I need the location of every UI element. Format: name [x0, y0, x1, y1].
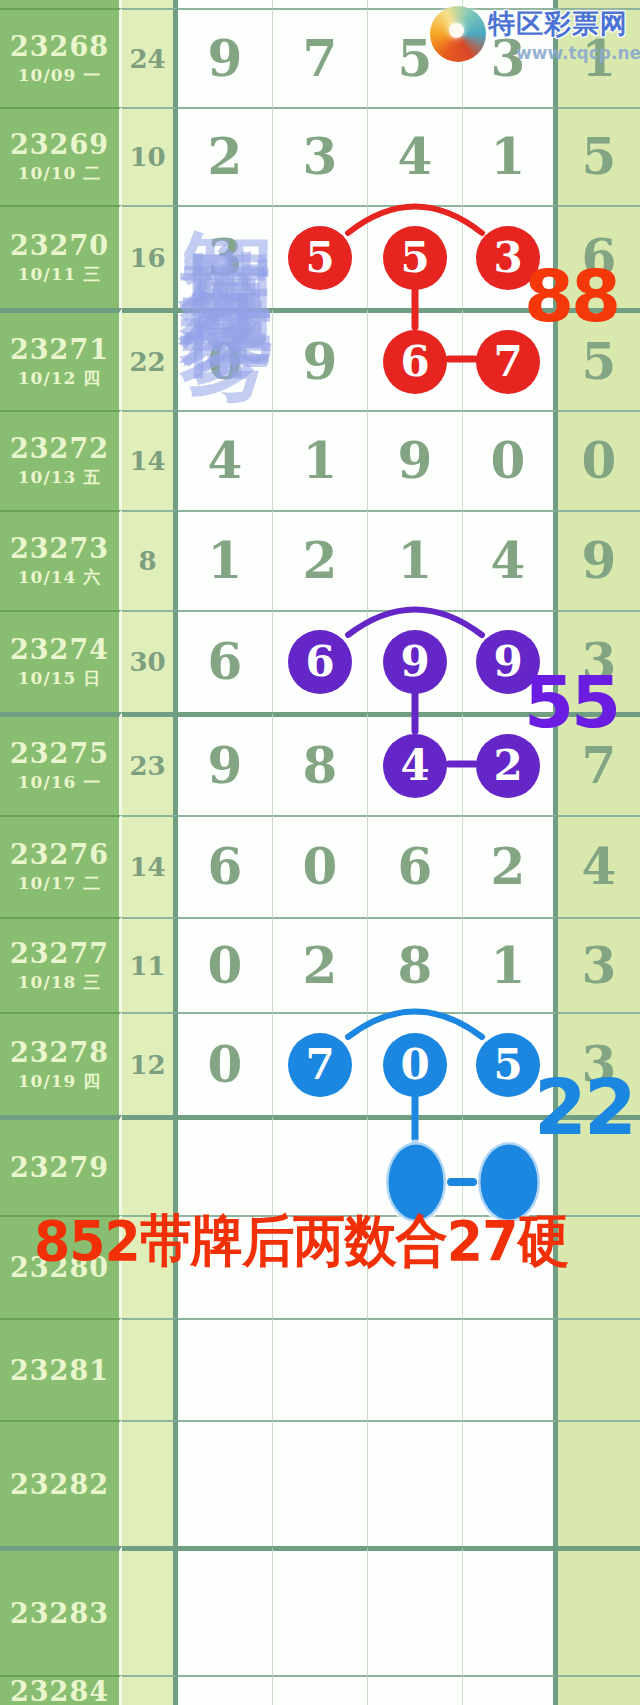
- issue-number: 23276: [10, 839, 109, 870]
- issue-number: 23274: [10, 634, 109, 665]
- circled-digit: 6: [383, 330, 447, 394]
- digit-cell: 7: [273, 8, 368, 107]
- digit: 8: [398, 941, 433, 991]
- weekday-text: 一: [83, 65, 101, 85]
- digit-cell: [368, 1546, 463, 1675]
- digit: 2: [303, 941, 338, 991]
- annotation-blue-22: 22: [534, 1070, 634, 1146]
- sum-value: 23: [129, 751, 165, 781]
- issue-number: 23271: [10, 334, 109, 365]
- digit-cell: 6: [273, 610, 368, 712]
- sum-value: 11: [129, 951, 165, 981]
- digit: 6: [398, 842, 433, 892]
- sum-cell: 11: [122, 917, 178, 1012]
- digit: 8: [303, 741, 338, 791]
- issue-number: 23278: [10, 1037, 109, 1068]
- digit: 9: [303, 337, 338, 387]
- digit-cell: 0: [178, 917, 273, 1012]
- circled-digit: 5: [288, 226, 352, 290]
- sum-cell: [122, 0, 178, 8]
- digit: 0: [208, 1040, 243, 1090]
- sum-value: 8: [138, 546, 156, 576]
- logo-swirl-icon: [430, 6, 486, 62]
- digit-cell: 6: [368, 308, 463, 410]
- digit-cell: 8: [273, 712, 368, 815]
- digit-cell: [558, 1215, 640, 1318]
- digit-cell: 0: [178, 308, 273, 410]
- date-text: 10/18: [18, 972, 77, 992]
- table-row: 23284: [0, 1675, 640, 1705]
- sum-cell: [122, 1318, 178, 1420]
- digit-cell: 0: [558, 410, 640, 510]
- digit-cell: 4: [368, 712, 463, 815]
- table-row: 23282: [0, 1420, 640, 1546]
- digit-cell: [463, 1546, 558, 1675]
- digit-cell: 5: [273, 205, 368, 308]
- issue-cell: 23273 10/14 六: [0, 510, 122, 610]
- draw-date: 10/15 日: [18, 667, 101, 690]
- date-text: 10/12: [18, 368, 77, 388]
- sum-value: 30: [129, 647, 165, 677]
- digit: 0: [303, 842, 338, 892]
- issue-cell: 23277 10/18 三: [0, 917, 122, 1012]
- digit-cell: 1: [178, 510, 273, 610]
- digit: 1: [398, 536, 433, 586]
- digit: 6: [208, 842, 243, 892]
- sum-value: 14: [129, 852, 165, 882]
- weekday-text: 一: [83, 772, 101, 792]
- date-text: 10/17: [18, 873, 77, 893]
- sum-cell: [122, 1420, 178, 1546]
- digit-cell: 9: [178, 712, 273, 815]
- circled-digit: 5: [476, 1033, 540, 1097]
- table-row: 23269 10/10 二 10 2 3 4 1 5: [0, 107, 640, 205]
- issue-number: 23270: [10, 230, 109, 261]
- circled-digit: 0: [383, 1033, 447, 1097]
- digit-cell: 4: [178, 410, 273, 510]
- digit-cell: 0: [273, 815, 368, 917]
- table-row: 23277 10/18 三 11 0 2 8 1 3: [0, 917, 640, 1012]
- date-text: 10/15: [18, 668, 77, 688]
- digit: 5: [398, 34, 433, 84]
- digit-cell: 1: [463, 917, 558, 1012]
- digit-cell: [368, 1318, 463, 1420]
- digit-cell: 9: [368, 610, 463, 712]
- digit-cell: [273, 1675, 368, 1705]
- digit-cell: [558, 1420, 640, 1546]
- digit: 0: [491, 436, 526, 486]
- circled-digit: 7: [476, 330, 540, 394]
- digit: 3: [303, 132, 338, 182]
- digit-cell: 4: [558, 815, 640, 917]
- digit: 6: [208, 637, 243, 687]
- sum-cell: 14: [122, 815, 178, 917]
- issue-cell: 23281: [0, 1318, 122, 1420]
- digit: 4: [491, 536, 526, 586]
- digit: 2: [303, 536, 338, 586]
- digit-cell: 7: [273, 1012, 368, 1115]
- digit-cell: 6: [368, 815, 463, 917]
- digit-cell: [558, 1546, 640, 1675]
- issue-number: 23272: [10, 433, 109, 464]
- digit-cell: 4: [463, 510, 558, 610]
- table-row: 23273 10/14 六 8 1 2 1 4 9: [0, 510, 640, 610]
- digit: 7: [582, 741, 617, 791]
- digit: 9: [208, 34, 243, 84]
- digit: 9: [398, 436, 433, 486]
- digit-cell: 4: [368, 107, 463, 205]
- date-text: 10/16: [18, 772, 77, 792]
- digit-cell: [368, 1675, 463, 1705]
- digit-cell: [368, 1420, 463, 1546]
- issue-cell: 23275 10/16 一: [0, 712, 122, 815]
- sum-value: 24: [129, 44, 165, 74]
- digit-cell: 2: [273, 917, 368, 1012]
- digit: 0: [208, 941, 243, 991]
- site-logo: 特区彩票网 www.tqcp.net: [430, 6, 640, 63]
- site-name: 特区彩票网: [488, 6, 640, 42]
- digit-cell: 3: [558, 917, 640, 1012]
- issue-cell: 23274 10/15 日: [0, 610, 122, 712]
- draw-date: 10/19 四: [18, 1070, 101, 1093]
- digit-cell: [178, 1115, 273, 1215]
- digit-cell: [463, 1318, 558, 1420]
- weekday-text: 三: [83, 972, 101, 992]
- digit-cell: 3: [273, 107, 368, 205]
- digit-cell: [273, 1115, 368, 1215]
- issue-number: 23282: [10, 1469, 109, 1500]
- digit: 1: [491, 941, 526, 991]
- sum-cell: 10: [122, 107, 178, 205]
- issue-cell: 23269 10/10 二: [0, 107, 122, 205]
- digit-cell: [178, 0, 273, 8]
- sum-cell: [122, 1675, 178, 1705]
- digit: 3: [582, 941, 617, 991]
- digit-cell: 9: [558, 510, 640, 610]
- draw-date: 10/14 六: [18, 566, 101, 589]
- sum-cell: [122, 1546, 178, 1675]
- weekday-text: 五: [83, 467, 101, 487]
- draw-date: 10/11 三: [18, 263, 101, 286]
- digit: 9: [208, 741, 243, 791]
- digit: 4: [208, 436, 243, 486]
- weekday-text: 二: [83, 873, 101, 893]
- digit-cell: [463, 1420, 558, 1546]
- date-text: 10/13: [18, 467, 77, 487]
- digit-cell: [178, 1675, 273, 1705]
- draw-date: 10/16 一: [18, 771, 101, 794]
- sum-value: 22: [129, 347, 165, 377]
- sum-cell: 23: [122, 712, 178, 815]
- sum-cell: 12: [122, 1012, 178, 1115]
- digit-cell: 9: [178, 8, 273, 107]
- sum-value: 16: [129, 243, 165, 273]
- issue-number: 23275: [10, 738, 109, 769]
- draw-date: 10/10 二: [18, 162, 101, 185]
- site-url: www.tqcp.net: [516, 43, 640, 63]
- weekday-text: 二: [83, 163, 101, 183]
- digit-cell: 0: [368, 1012, 463, 1115]
- sum-cell: [122, 1115, 178, 1215]
- digit-cell: 2: [463, 815, 558, 917]
- circled-digit: 5: [383, 226, 447, 290]
- date-text: 10/11: [18, 264, 77, 284]
- digit-cell: [178, 1546, 273, 1675]
- digit-cell: 8: [368, 917, 463, 1012]
- digit-cell: [273, 0, 368, 8]
- table-row: 23281: [0, 1318, 640, 1420]
- weekday-text: 六: [83, 567, 101, 587]
- circled-digit: 4: [383, 734, 447, 798]
- issue-cell: 23284: [0, 1675, 122, 1705]
- sum-value: 12: [129, 1050, 165, 1080]
- date-text: 10/19: [18, 1071, 77, 1091]
- date-text: 10/09: [18, 65, 77, 85]
- sum-cell: 16: [122, 205, 178, 308]
- digit-cell: [463, 1675, 558, 1705]
- digit: 4: [398, 132, 433, 182]
- annotation-red-88: 88: [524, 260, 618, 332]
- digit: 9: [582, 536, 617, 586]
- digit-cell: 5: [368, 205, 463, 308]
- issue-number: 23283: [10, 1598, 109, 1629]
- digit-cell: [273, 1318, 368, 1420]
- table-row: 23276 10/17 二 14 6 0 6 2 4: [0, 815, 640, 917]
- issue-cell: 23271 10/12 四: [0, 308, 122, 410]
- digit: 0: [208, 337, 243, 387]
- issue-cell: 23279: [0, 1115, 122, 1215]
- digit-cell: 0: [178, 1012, 273, 1115]
- digit-cell: [178, 1420, 273, 1546]
- digit: 7: [303, 34, 338, 84]
- issue-cell: 23270 10/11 三: [0, 205, 122, 308]
- digit-cell: 6: [178, 815, 273, 917]
- draw-date: 10/18 三: [18, 971, 101, 994]
- issue-cell: 23276 10/17 二: [0, 815, 122, 917]
- weekday-text: 三: [83, 264, 101, 284]
- issue-number: 23281: [10, 1355, 109, 1386]
- digit: 5: [582, 132, 617, 182]
- issue-number: 23268: [10, 31, 109, 62]
- sum-cell: 14: [122, 410, 178, 510]
- digit: 1: [491, 132, 526, 182]
- weekday-text: 四: [83, 368, 101, 388]
- draw-date: 10/09 一: [18, 64, 101, 87]
- table-row: 23283: [0, 1546, 640, 1675]
- draw-date: 10/13 五: [18, 466, 101, 489]
- issue-number: 23269: [10, 129, 109, 160]
- digit-cell: [558, 1675, 640, 1705]
- issue-number: 23277: [10, 938, 109, 969]
- digit-cell: 1: [273, 410, 368, 510]
- sum-cell: 24: [122, 8, 178, 107]
- digit-cell: 9: [368, 410, 463, 510]
- issue-number: 23279: [10, 1152, 109, 1183]
- digit-cell: [368, 1115, 463, 1215]
- prediction-banner: 852带牌后两数合27硬: [34, 1204, 569, 1280]
- digit-cell: 6: [178, 610, 273, 712]
- digit-cell: 2: [273, 510, 368, 610]
- sum-value: 14: [129, 446, 165, 476]
- annotation-purple-55: 55: [524, 666, 618, 738]
- digit: 5: [582, 337, 617, 387]
- table-row: 23272 10/13 五 14 4 1 9 0 0: [0, 410, 640, 510]
- date-text: 10/10: [18, 163, 77, 183]
- issue-number: 23284: [10, 1676, 109, 1705]
- issue-cell: [0, 0, 122, 8]
- sum-cell: 8: [122, 510, 178, 610]
- draw-date: 10/12 四: [18, 367, 101, 390]
- issue-cell: 23268 10/09 一: [0, 8, 122, 107]
- digit-cell: [178, 1318, 273, 1420]
- digit-cell: 1: [368, 510, 463, 610]
- issue-cell: 23282: [0, 1420, 122, 1546]
- sum-cell: 30: [122, 610, 178, 712]
- digit: 1: [303, 436, 338, 486]
- digit-cell: [273, 1546, 368, 1675]
- weekday-text: 四: [83, 1071, 101, 1091]
- issue-number: 23273: [10, 533, 109, 564]
- digit-cell: 0: [463, 410, 558, 510]
- watermark: 智库排列五规律参考: [176, 156, 276, 246]
- issue-cell: 23283: [0, 1546, 122, 1675]
- brand-block: 特区彩票网 www.tqcp.net: [488, 6, 640, 63]
- digit-cell: [558, 1318, 640, 1420]
- digit-cell: 1: [463, 107, 558, 205]
- sum-cell: 22: [122, 308, 178, 410]
- circled-digit: 9: [383, 630, 447, 694]
- digit-cell: 5: [558, 107, 640, 205]
- sum-value: 10: [129, 142, 165, 172]
- digit-cell: 9: [273, 308, 368, 410]
- date-text: 10/14: [18, 567, 77, 587]
- weekday-text: 日: [83, 668, 101, 688]
- lottery-trend-chart: 23268 10/09 一 24 9 7 5 3 1 23269 10/10 二…: [0, 0, 640, 1705]
- digit: 2: [491, 842, 526, 892]
- digit: 1: [208, 536, 243, 586]
- digit: 4: [582, 842, 617, 892]
- circled-digit: 7: [288, 1033, 352, 1097]
- issue-cell: 23272 10/13 五: [0, 410, 122, 510]
- circled-digit: 6: [288, 630, 352, 694]
- draw-date: 10/17 二: [18, 872, 101, 895]
- digit: 0: [582, 436, 617, 486]
- digit-cell: [273, 1420, 368, 1546]
- issue-cell: 23278 10/19 四: [0, 1012, 122, 1115]
